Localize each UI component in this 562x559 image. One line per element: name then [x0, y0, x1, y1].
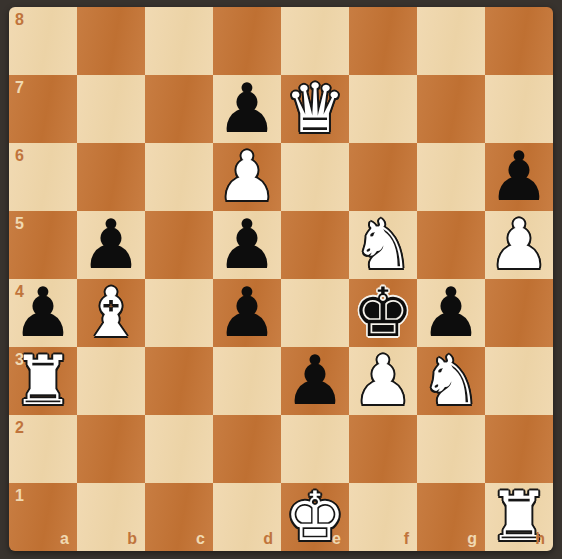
piece-black-pawn[interactable]: ♟ [281, 347, 349, 415]
rank-label-6: 6 [15, 148, 24, 164]
square-g5[interactable] [417, 211, 485, 279]
piece-white-king[interactable]: ♚ [281, 483, 349, 551]
piece-white-pawn[interactable]: ♟ [485, 211, 553, 279]
piece-black-pawn[interactable]: ♟ [9, 279, 77, 347]
square-e2[interactable] [281, 415, 349, 483]
square-c6[interactable] [145, 143, 213, 211]
file-label-d: d [263, 531, 273, 547]
square-f7[interactable] [349, 75, 417, 143]
square-d8[interactable] [213, 7, 281, 75]
piece-white-pawn[interactable]: ♟ [213, 143, 281, 211]
file-label-g: g [467, 531, 477, 547]
chess-board: 87♟♛6♟♟5♟♟♞♟4♟♝♟♚♟3♜♟♟♞21abcde♚fgh♜ [9, 7, 553, 551]
square-d3[interactable] [213, 347, 281, 415]
square-b8[interactable] [77, 7, 145, 75]
square-f2[interactable] [349, 415, 417, 483]
piece-black-pawn[interactable]: ♟ [77, 211, 145, 279]
rank-label-2: 2 [15, 420, 24, 436]
square-d2[interactable] [213, 415, 281, 483]
piece-white-queen[interactable]: ♛ [281, 75, 349, 143]
square-f5[interactable]: ♞ [349, 211, 417, 279]
square-g4[interactable]: ♟ [417, 279, 485, 347]
square-a2[interactable]: 2 [9, 415, 77, 483]
piece-black-pawn[interactable]: ♟ [485, 143, 553, 211]
square-h7[interactable] [485, 75, 553, 143]
square-h1[interactable]: h♜ [485, 483, 553, 551]
file-label-a: a [60, 531, 69, 547]
piece-black-pawn[interactable]: ♟ [213, 75, 281, 143]
square-g1[interactable]: g [417, 483, 485, 551]
square-e4[interactable] [281, 279, 349, 347]
square-b5[interactable]: ♟ [77, 211, 145, 279]
piece-white-rook[interactable]: ♜ [9, 347, 77, 415]
rank-label-7: 7 [15, 80, 24, 96]
piece-white-bishop[interactable]: ♝ [77, 279, 145, 347]
square-f6[interactable] [349, 143, 417, 211]
square-e7[interactable]: ♛ [281, 75, 349, 143]
piece-white-knight[interactable]: ♞ [349, 211, 417, 279]
square-g7[interactable] [417, 75, 485, 143]
square-a6[interactable]: 6 [9, 143, 77, 211]
piece-white-rook[interactable]: ♜ [485, 483, 553, 551]
square-h3[interactable] [485, 347, 553, 415]
square-c2[interactable] [145, 415, 213, 483]
piece-white-knight[interactable]: ♞ [417, 347, 485, 415]
square-b3[interactable] [77, 347, 145, 415]
square-g8[interactable] [417, 7, 485, 75]
square-d4[interactable]: ♟ [213, 279, 281, 347]
square-d7[interactable]: ♟ [213, 75, 281, 143]
square-h6[interactable]: ♟ [485, 143, 553, 211]
square-b2[interactable] [77, 415, 145, 483]
piece-black-pawn[interactable]: ♟ [417, 279, 485, 347]
square-g3[interactable]: ♞ [417, 347, 485, 415]
square-f1[interactable]: f [349, 483, 417, 551]
square-d5[interactable]: ♟ [213, 211, 281, 279]
square-c8[interactable] [145, 7, 213, 75]
square-a4[interactable]: 4♟ [9, 279, 77, 347]
square-h8[interactable] [485, 7, 553, 75]
square-h2[interactable] [485, 415, 553, 483]
rank-label-5: 5 [15, 216, 24, 232]
piece-black-pawn[interactable]: ♟ [213, 279, 281, 347]
square-g2[interactable] [417, 415, 485, 483]
rank-label-8: 8 [15, 12, 24, 28]
square-d6[interactable]: ♟ [213, 143, 281, 211]
piece-black-pawn[interactable]: ♟ [213, 211, 281, 279]
square-c5[interactable] [145, 211, 213, 279]
square-h5[interactable]: ♟ [485, 211, 553, 279]
square-b6[interactable] [77, 143, 145, 211]
square-d1[interactable]: d [213, 483, 281, 551]
square-c7[interactable] [145, 75, 213, 143]
square-f8[interactable] [349, 7, 417, 75]
square-e3[interactable]: ♟ [281, 347, 349, 415]
square-f4[interactable]: ♚ [349, 279, 417, 347]
square-a8[interactable]: 8 [9, 7, 77, 75]
square-c3[interactable] [145, 347, 213, 415]
square-c1[interactable]: c [145, 483, 213, 551]
square-b7[interactable] [77, 75, 145, 143]
square-g6[interactable] [417, 143, 485, 211]
piece-black-king[interactable]: ♚ [349, 279, 417, 347]
square-b1[interactable]: b [77, 483, 145, 551]
square-a3[interactable]: 3♜ [9, 347, 77, 415]
square-e1[interactable]: e♚ [281, 483, 349, 551]
square-a5[interactable]: 5 [9, 211, 77, 279]
file-label-b: b [127, 531, 137, 547]
square-e5[interactable] [281, 211, 349, 279]
piece-white-pawn[interactable]: ♟ [349, 347, 417, 415]
square-e8[interactable] [281, 7, 349, 75]
file-label-f: f [404, 531, 409, 547]
square-f3[interactable]: ♟ [349, 347, 417, 415]
square-a1[interactable]: 1a [9, 483, 77, 551]
square-c4[interactable] [145, 279, 213, 347]
square-h4[interactable] [485, 279, 553, 347]
square-e6[interactable] [281, 143, 349, 211]
rank-label-1: 1 [15, 488, 24, 504]
square-a7[interactable]: 7 [9, 75, 77, 143]
file-label-c: c [196, 531, 205, 547]
square-b4[interactable]: ♝ [77, 279, 145, 347]
